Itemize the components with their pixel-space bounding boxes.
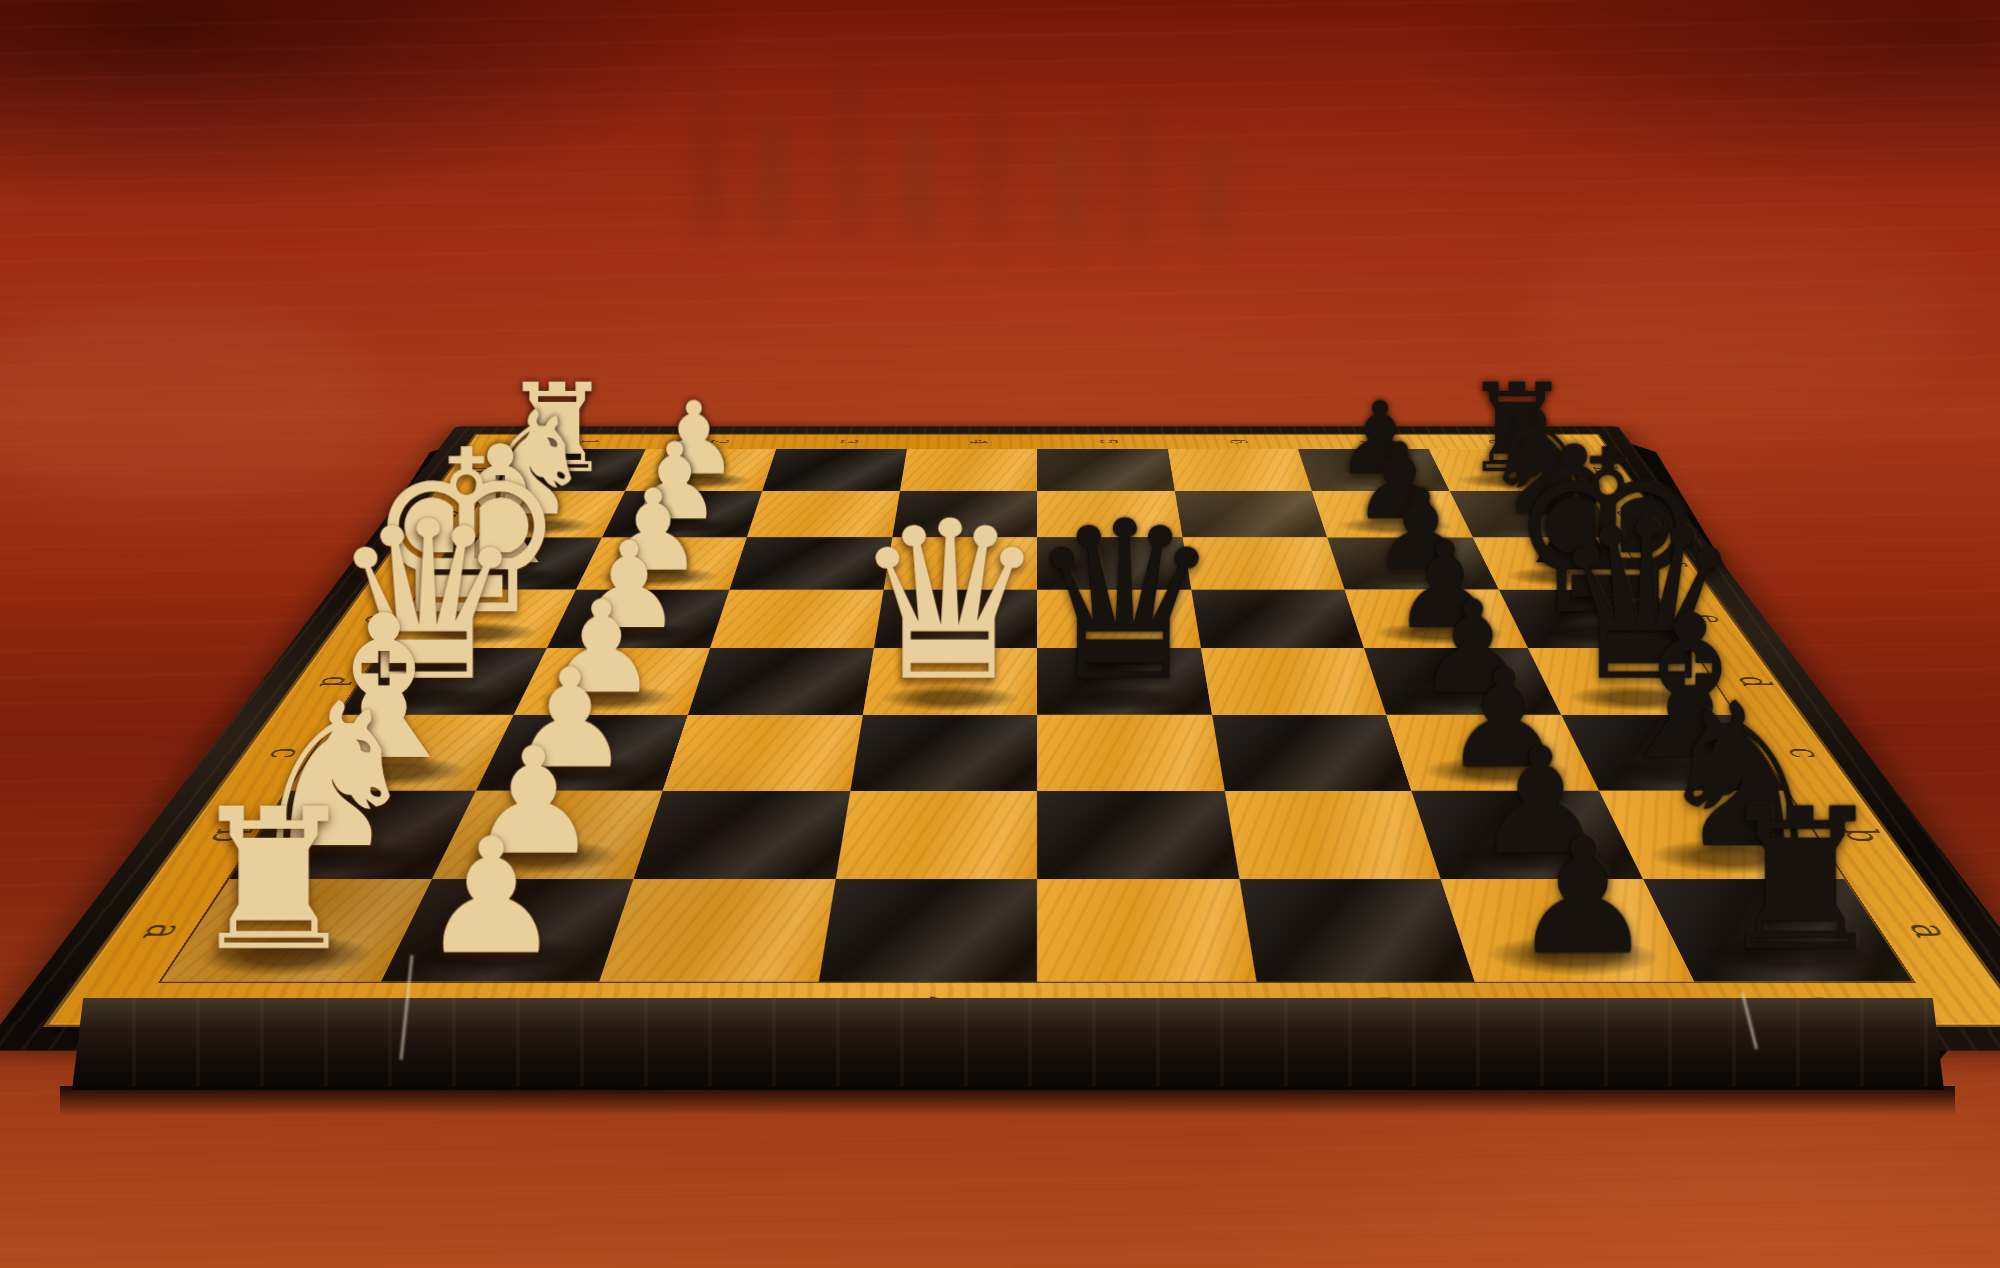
blurred-piece-reflection bbox=[700, 85, 716, 235]
square-d6[interactable] bbox=[1201, 648, 1387, 715]
blurred-piece-reflection bbox=[1060, 130, 1082, 245]
rank-label-far-5: 5 bbox=[1088, 437, 1120, 447]
square-b3[interactable] bbox=[633, 791, 849, 879]
blurred-piece-reflection bbox=[760, 110, 784, 230]
square-a4[interactable] bbox=[818, 879, 1037, 982]
blurred-piece-reflection bbox=[1205, 140, 1225, 240]
square-a3[interactable] bbox=[599, 879, 835, 982]
rank-label-far-3: 3 bbox=[828, 437, 862, 447]
square-d3[interactable] bbox=[688, 648, 874, 715]
rank-label-far-1: 1 bbox=[567, 437, 604, 447]
rank-label-far-7: 7 bbox=[1346, 437, 1382, 447]
rank-label-far-6: 6 bbox=[1217, 437, 1251, 447]
blurred-piece-reflection bbox=[1130, 100, 1143, 250]
black-rook-a8[interactable]: ♜ bbox=[1713, 783, 1888, 978]
square-c4[interactable] bbox=[850, 715, 1037, 791]
square-c5[interactable] bbox=[1037, 715, 1224, 791]
square-b6[interactable] bbox=[1224, 791, 1440, 879]
square-a6[interactable] bbox=[1239, 879, 1475, 982]
square-d5[interactable]: ♛ bbox=[1037, 648, 1212, 715]
square-b5[interactable] bbox=[1037, 791, 1239, 879]
blurred-piece-reflection bbox=[905, 120, 931, 240]
blurred-piece-reflection bbox=[985, 95, 999, 245]
square-d4[interactable]: ♛ bbox=[862, 648, 1037, 715]
square-c6[interactable] bbox=[1212, 715, 1412, 791]
rank-label-far-4: 4 bbox=[958, 437, 990, 447]
board-shadow bbox=[60, 1086, 1955, 1116]
white-queen-d4[interactable]: ♛ bbox=[852, 493, 1049, 712]
square-c3[interactable] bbox=[663, 715, 863, 791]
black-pawn-a7[interactable]: ♟ bbox=[1511, 817, 1655, 977]
blurred-piece-reflection bbox=[842, 70, 856, 240]
white-rook-a1[interactable]: ♜ bbox=[186, 783, 361, 978]
white-pawn-a2[interactable]: ♟ bbox=[420, 817, 564, 977]
board-squares: ♜♟♟♜♞♟♟♞♝♟♟♝♚♟♟♚♛♟♛♛♟♛♝♟♟♝♞♟♟♞♜♟♟♜ bbox=[158, 449, 1916, 983]
rank-label-far-8: 8 bbox=[1475, 437, 1512, 447]
black-queen-d5[interactable]: ♛ bbox=[1026, 493, 1223, 712]
rank-label-far-2: 2 bbox=[697, 437, 733, 447]
square-a5[interactable] bbox=[1037, 879, 1256, 982]
square-b4[interactable] bbox=[835, 791, 1037, 879]
board-near-edge-face bbox=[72, 998, 1944, 1090]
